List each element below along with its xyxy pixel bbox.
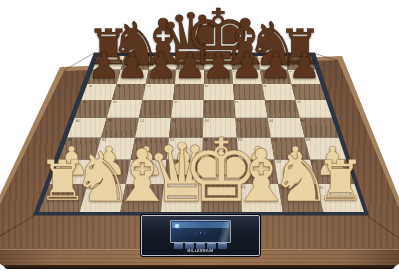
piece-black-pawn-d7[interactable]: ♟ [174, 48, 206, 84]
piece-white-rook-h1[interactable]: ♜ [316, 155, 366, 210]
piece-black-pawn-g7[interactable]: ♟ [260, 48, 292, 84]
piece-black-pawn-b7[interactable]: ♟ [116, 48, 148, 84]
lcd-screen: – ∙ – [170, 220, 231, 243]
piece-black-pawn-a7[interactable]: ♟ [88, 48, 120, 84]
piece-black-pawn-h7[interactable]: ♟ [288, 48, 320, 84]
display-module: – ∙ – MILLENNIUM ChessGenius [141, 215, 260, 256]
lcd-text: – ∙ – [186, 231, 216, 235]
chess-board-photo: A1B1C1D1E1F1G1H1A2B2C2D2E2F2G2H2A3B3C3D3… [0, 0, 399, 275]
piece-black-pawn-e7[interactable]: ♟ [202, 48, 234, 84]
lcd-indicator-dot [175, 224, 179, 228]
brand-text: MILLENNIUM [172, 249, 228, 252]
brand-subtext: ChessGenius [176, 254, 225, 257]
piece-black-pawn-c7[interactable]: ♟ [145, 48, 177, 84]
brand-block: MILLENNIUM ChessGenius [142, 249, 259, 260]
piece-black-pawn-f7[interactable]: ♟ [231, 48, 263, 84]
